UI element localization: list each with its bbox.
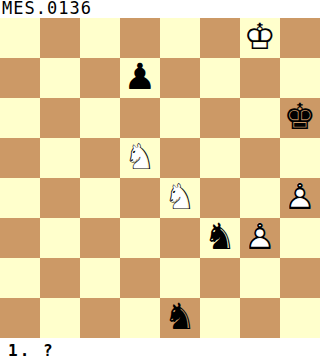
square-f1[interactable]	[200, 298, 240, 338]
square-d4[interactable]	[120, 178, 160, 218]
move-prompt: 1. ?	[0, 338, 320, 360]
square-d8[interactable]	[120, 18, 160, 58]
square-c2[interactable]	[80, 258, 120, 298]
square-a7[interactable]	[0, 58, 40, 98]
square-g4[interactable]	[240, 178, 280, 218]
white-knight[interactable]: ♞♘	[120, 138, 160, 178]
white-knight[interactable]: ♞♘	[160, 178, 200, 218]
square-b5[interactable]	[40, 138, 80, 178]
square-e6[interactable]	[160, 98, 200, 138]
square-b7[interactable]	[40, 58, 80, 98]
black-king[interactable]: ♚	[280, 98, 320, 138]
square-c6[interactable]	[80, 98, 120, 138]
black-knight[interactable]: ♞	[160, 298, 200, 338]
square-f6[interactable]	[200, 98, 240, 138]
square-h7[interactable]	[280, 58, 320, 98]
square-e7[interactable]	[160, 58, 200, 98]
square-h1[interactable]	[280, 298, 320, 338]
white-king[interactable]: ♚♔	[240, 18, 280, 58]
square-a1[interactable]	[0, 298, 40, 338]
square-e3[interactable]	[160, 218, 200, 258]
square-a2[interactable]	[0, 258, 40, 298]
square-c7[interactable]	[80, 58, 120, 98]
square-h8[interactable]	[280, 18, 320, 58]
square-b1[interactable]	[40, 298, 80, 338]
square-h2[interactable]	[280, 258, 320, 298]
square-h6[interactable]: ♚	[280, 98, 320, 138]
square-h5[interactable]	[280, 138, 320, 178]
square-e4[interactable]: ♞♘	[160, 178, 200, 218]
square-a4[interactable]	[0, 178, 40, 218]
square-c5[interactable]	[80, 138, 120, 178]
square-e2[interactable]	[160, 258, 200, 298]
square-f8[interactable]	[200, 18, 240, 58]
square-d1[interactable]	[120, 298, 160, 338]
square-a8[interactable]	[0, 18, 40, 58]
square-g8[interactable]: ♚♔	[240, 18, 280, 58]
square-c4[interactable]	[80, 178, 120, 218]
square-a5[interactable]	[0, 138, 40, 178]
square-e1[interactable]: ♞	[160, 298, 200, 338]
square-d5[interactable]: ♞♘	[120, 138, 160, 178]
square-b6[interactable]	[40, 98, 80, 138]
square-f3[interactable]: ♞	[200, 218, 240, 258]
square-c3[interactable]	[80, 218, 120, 258]
white-pawn[interactable]: ♟♙	[280, 178, 320, 218]
square-b2[interactable]	[40, 258, 80, 298]
square-d3[interactable]	[120, 218, 160, 258]
square-g1[interactable]	[240, 298, 280, 338]
square-g5[interactable]	[240, 138, 280, 178]
square-f7[interactable]	[200, 58, 240, 98]
square-b4[interactable]	[40, 178, 80, 218]
square-d6[interactable]	[120, 98, 160, 138]
white-pawn[interactable]: ♟♙	[240, 218, 280, 258]
square-b3[interactable]	[40, 218, 80, 258]
square-c1[interactable]	[80, 298, 120, 338]
square-b8[interactable]	[40, 18, 80, 58]
square-h4[interactable]: ♟♙	[280, 178, 320, 218]
board: ♚♔♟♚♞♘♞♘♟♙♞♟♙♞	[0, 18, 320, 338]
square-f2[interactable]	[200, 258, 240, 298]
square-g3[interactable]: ♟♙	[240, 218, 280, 258]
square-d7[interactable]: ♟	[120, 58, 160, 98]
square-f4[interactable]	[200, 178, 240, 218]
square-h3[interactable]	[280, 218, 320, 258]
square-a3[interactable]	[0, 218, 40, 258]
black-pawn[interactable]: ♟	[120, 58, 160, 98]
square-g6[interactable]	[240, 98, 280, 138]
square-e5[interactable]	[160, 138, 200, 178]
square-f5[interactable]	[200, 138, 240, 178]
black-knight[interactable]: ♞	[200, 218, 240, 258]
square-a6[interactable]	[0, 98, 40, 138]
square-g2[interactable]	[240, 258, 280, 298]
square-g7[interactable]	[240, 58, 280, 98]
square-e8[interactable]	[160, 18, 200, 58]
square-c8[interactable]	[80, 18, 120, 58]
square-d2[interactable]	[120, 258, 160, 298]
